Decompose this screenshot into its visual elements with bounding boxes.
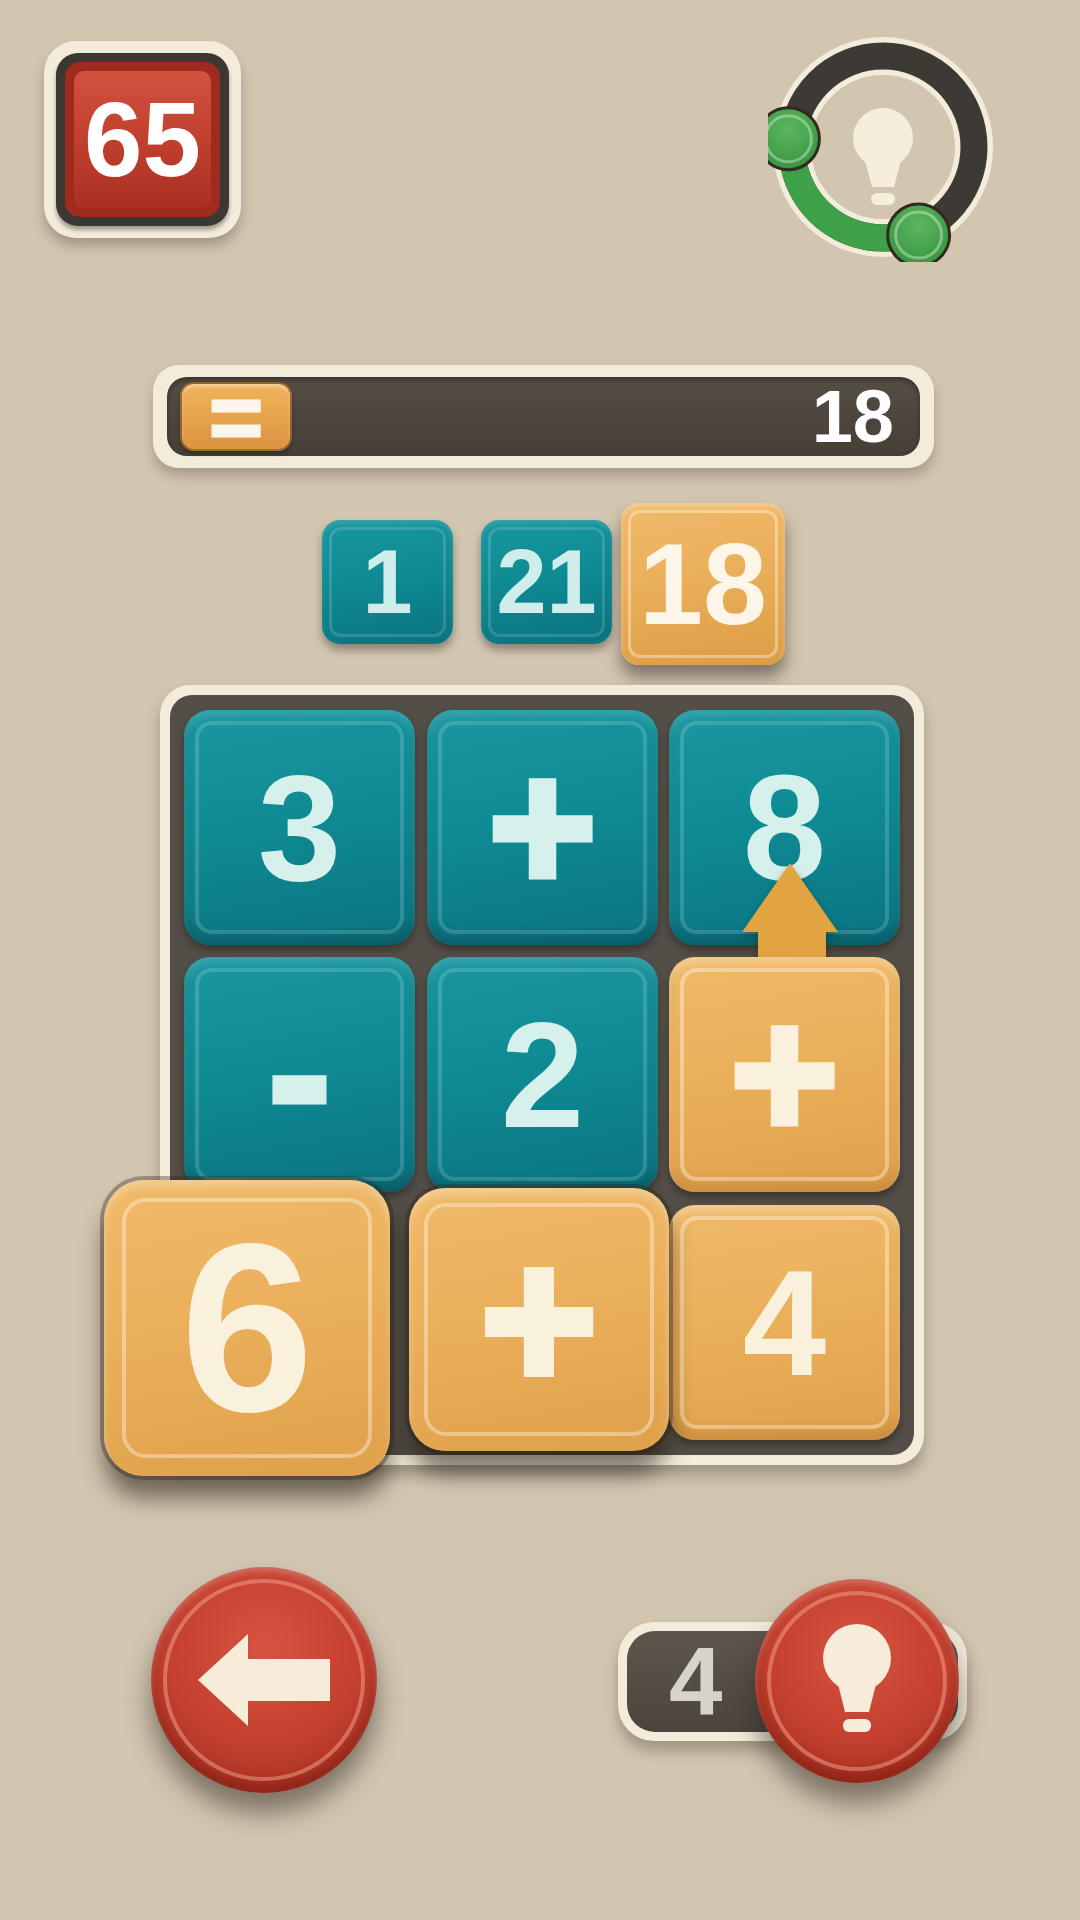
level-number: 65 [84, 87, 201, 192]
lightbulb-icon [853, 108, 913, 205]
tile-r3c2-value: + [481, 1220, 598, 1420]
tile-r3c2-lifted[interactable]: + [409, 1188, 669, 1451]
tile-r2c2[interactable]: 2 [427, 957, 658, 1192]
result-chip-3-active[interactable]: 18 [621, 503, 785, 665]
tile-r1c2[interactable]: + [427, 710, 658, 945]
result-chip-3-value: 18 [639, 527, 767, 642]
target-value: 18 [812, 377, 894, 456]
ring-knob-top-left[interactable] [768, 108, 819, 170]
tile-r1c1-value: 3 [258, 753, 341, 903]
level-badge-face: 65 [74, 71, 211, 208]
up-arrow-icon [735, 855, 845, 965]
tile-r3c1-value: 6 [180, 1208, 313, 1448]
lightbulb-icon [811, 1618, 903, 1744]
hint-count: 4 [669, 1634, 722, 1730]
tile-r2c1[interactable]: - [184, 957, 415, 1192]
puzzle-board: 3 + 8 - 2 + 6 + 4 [160, 685, 924, 1465]
equals-icon: = [180, 382, 292, 451]
tile-r1c1[interactable]: 3 [184, 710, 415, 945]
result-chip-2-value: 21 [496, 537, 596, 627]
back-button[interactable] [151, 1567, 377, 1793]
result-chip-1[interactable]: 1 [322, 520, 453, 644]
tile-r3c3-value: 4 [743, 1248, 826, 1398]
left-arrow-icon [194, 1630, 334, 1730]
hint-progress-ring[interactable] [768, 32, 998, 262]
tile-r2c3-value: + [730, 982, 838, 1167]
tile-r3c3[interactable]: 4 [669, 1205, 900, 1440]
game-screen: 65 [0, 0, 1080, 1920]
tile-r2c1-value: - [269, 982, 331, 1167]
tile-r1c2-value: + [488, 735, 596, 920]
tile-r2c3[interactable]: + [669, 957, 900, 1192]
ring-knob-bottom-right[interactable] [888, 204, 950, 262]
level-badge: 65 [44, 41, 241, 238]
tile-r3c1-lifted[interactable]: 6 [104, 1180, 390, 1476]
result-chip-1-value: 1 [362, 537, 412, 627]
hint-button[interactable] [755, 1579, 959, 1783]
target-bar: = 18 [153, 365, 934, 468]
equals-sign: = [209, 371, 263, 463]
target-bar-track: = 18 [167, 377, 920, 456]
tile-r2c2-value: 2 [501, 1000, 584, 1150]
result-chip-2[interactable]: 21 [481, 520, 612, 644]
